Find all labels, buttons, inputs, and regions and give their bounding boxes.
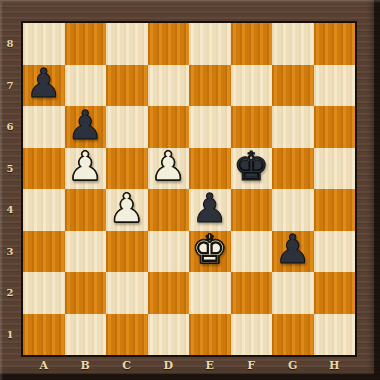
square-d6[interactable] [148, 106, 190, 148]
square-g4[interactable] [272, 189, 314, 231]
square-g6[interactable] [272, 106, 314, 148]
square-c1[interactable] [106, 314, 148, 356]
square-f2[interactable] [231, 272, 273, 314]
square-g1[interactable] [272, 314, 314, 356]
square-c4[interactable]: ♟ [106, 189, 148, 231]
rank-label-7: 7 [0, 65, 20, 107]
chess-board[interactable]: ♟♟♟♟♚♟♟♚♟ [21, 21, 357, 357]
square-f1[interactable] [231, 314, 273, 356]
square-c7[interactable] [106, 65, 148, 107]
square-d2[interactable] [148, 272, 190, 314]
rank-label-2: 2 [0, 272, 20, 314]
piece-black-pawn[interactable]: ♟ [192, 188, 228, 228]
file-label-g: G [272, 358, 314, 372]
rank-label-3: 3 [0, 231, 20, 273]
square-a4[interactable] [23, 189, 65, 231]
piece-white-pawn[interactable]: ♟ [109, 188, 145, 228]
square-c8[interactable] [106, 23, 148, 65]
square-h6[interactable] [314, 106, 356, 148]
square-d4[interactable] [148, 189, 190, 231]
piece-white-pawn[interactable]: ♟ [150, 146, 186, 186]
square-e6[interactable] [189, 106, 231, 148]
square-b1[interactable] [65, 314, 107, 356]
piece-black-pawn[interactable]: ♟ [275, 229, 311, 269]
piece-white-king[interactable]: ♚ [192, 229, 228, 269]
rank-label-4: 4 [0, 189, 20, 231]
square-h1[interactable] [314, 314, 356, 356]
file-label-f: F [231, 358, 273, 372]
rank-label-1: 1 [0, 314, 20, 356]
square-c3[interactable] [106, 231, 148, 273]
square-h8[interactable] [314, 23, 356, 65]
square-f5[interactable]: ♚ [231, 148, 273, 190]
square-e1[interactable] [189, 314, 231, 356]
rank-label-5: 5 [0, 148, 20, 190]
square-b6[interactable]: ♟ [65, 106, 107, 148]
square-d5[interactable]: ♟ [148, 148, 190, 190]
square-g2[interactable] [272, 272, 314, 314]
file-label-d: D [148, 358, 190, 372]
square-e7[interactable] [189, 65, 231, 107]
square-d3[interactable] [148, 231, 190, 273]
rank-label-8: 8 [0, 23, 20, 65]
square-a3[interactable] [23, 231, 65, 273]
square-f7[interactable] [231, 65, 273, 107]
square-f4[interactable] [231, 189, 273, 231]
piece-white-pawn[interactable]: ♟ [67, 146, 103, 186]
piece-black-king[interactable]: ♚ [233, 146, 269, 186]
square-c2[interactable] [106, 272, 148, 314]
square-d1[interactable] [148, 314, 190, 356]
square-e4[interactable]: ♟ [189, 189, 231, 231]
square-g7[interactable] [272, 65, 314, 107]
square-h3[interactable] [314, 231, 356, 273]
square-e3[interactable]: ♚ [189, 231, 231, 273]
square-f8[interactable] [231, 23, 273, 65]
square-e5[interactable] [189, 148, 231, 190]
square-h4[interactable] [314, 189, 356, 231]
square-g5[interactable] [272, 148, 314, 190]
square-e8[interactable] [189, 23, 231, 65]
square-h5[interactable] [314, 148, 356, 190]
square-e2[interactable] [189, 272, 231, 314]
file-label-a: A [23, 358, 65, 372]
square-a6[interactable] [23, 106, 65, 148]
square-h2[interactable] [314, 272, 356, 314]
square-g3[interactable]: ♟ [272, 231, 314, 273]
square-c6[interactable] [106, 106, 148, 148]
square-b5[interactable]: ♟ [65, 148, 107, 190]
piece-black-pawn[interactable]: ♟ [67, 105, 103, 145]
chess-board-window: ♟♟♟♟♚♟♟♚♟ 87654321 ABCDEFGH [0, 0, 380, 380]
square-b4[interactable] [65, 189, 107, 231]
square-a2[interactable] [23, 272, 65, 314]
square-d8[interactable] [148, 23, 190, 65]
square-b8[interactable] [65, 23, 107, 65]
square-f6[interactable] [231, 106, 273, 148]
square-a8[interactable] [23, 23, 65, 65]
piece-black-pawn[interactable]: ♟ [26, 63, 62, 103]
square-b2[interactable] [65, 272, 107, 314]
square-a5[interactable] [23, 148, 65, 190]
file-label-h: H [314, 358, 356, 372]
square-a1[interactable] [23, 314, 65, 356]
square-f3[interactable] [231, 231, 273, 273]
file-label-e: E [189, 358, 231, 372]
square-h7[interactable] [314, 65, 356, 107]
square-g8[interactable] [272, 23, 314, 65]
square-a7[interactable]: ♟ [23, 65, 65, 107]
rank-label-6: 6 [0, 106, 20, 148]
file-label-b: B [65, 358, 107, 372]
square-c5[interactable] [106, 148, 148, 190]
file-label-c: C [106, 358, 148, 372]
square-b7[interactable] [65, 65, 107, 107]
square-d7[interactable] [148, 65, 190, 107]
square-b3[interactable] [65, 231, 107, 273]
